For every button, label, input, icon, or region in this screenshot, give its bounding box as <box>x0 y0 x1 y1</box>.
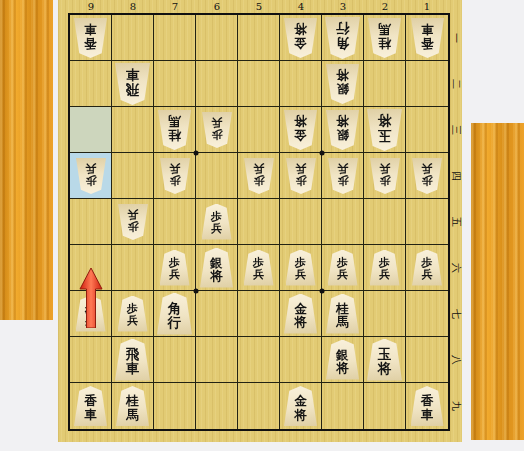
piece-香車-9i[interactable]: 香車 <box>74 386 107 426</box>
square-8i[interactable]: 桂馬 <box>112 383 154 429</box>
piece-kanji: 玉 <box>378 347 392 361</box>
piece-歩兵-1d[interactable]: 歩兵 <box>412 158 442 194</box>
square-4i[interactable]: 金将 <box>280 383 322 429</box>
square-3e[interactable] <box>322 199 364 245</box>
square-3a[interactable]: 角行 <box>322 15 364 61</box>
square-9d-highlight-to[interactable]: 歩兵 <box>70 153 112 199</box>
square-2g[interactable] <box>364 291 406 337</box>
piece-歩兵-2d[interactable]: 歩兵 <box>370 158 400 194</box>
square-7d[interactable]: 歩兵 <box>154 153 196 199</box>
piece-kanji: 兵 <box>169 162 180 174</box>
piece-kanji: 兵 <box>211 223 222 235</box>
square-4g[interactable]: 金将 <box>280 291 322 337</box>
piece-kanji: 兵 <box>127 315 138 327</box>
piece-歩兵-2f[interactable]: 歩兵 <box>370 250 400 286</box>
piece-kanji: 香 <box>84 394 97 407</box>
piece-歩兵-4d[interactable]: 歩兵 <box>286 158 316 194</box>
square-9e[interactable] <box>70 199 112 245</box>
square-1e[interactable] <box>406 199 448 245</box>
square-4f[interactable]: 歩兵 <box>280 245 322 291</box>
piece-歩兵-6e[interactable]: 歩兵 <box>202 204 232 240</box>
square-4e[interactable] <box>280 199 322 245</box>
piece-kanji: 香 <box>84 36 97 49</box>
piece-kanji: 兵 <box>85 315 96 327</box>
square-6d[interactable] <box>196 153 238 199</box>
square-6i[interactable] <box>196 383 238 429</box>
square-3d[interactable]: 歩兵 <box>322 153 364 199</box>
square-9g[interactable]: 歩兵 <box>70 291 112 337</box>
piece-kanji: 行 <box>336 22 350 36</box>
piece-kanji: 歩 <box>422 174 433 186</box>
piece-銀将-3c[interactable]: 銀将 <box>326 110 359 150</box>
square-1b[interactable] <box>406 61 448 107</box>
square-2c[interactable]: 玉将 <box>364 107 406 153</box>
square-3f[interactable]: 歩兵 <box>322 245 364 291</box>
piece-kanji: 将 <box>378 361 392 375</box>
piece-桂馬-3g[interactable]: 桂馬 <box>326 294 359 334</box>
piece-kanji: 兵 <box>379 269 390 281</box>
piece-kanji: 将 <box>210 269 223 282</box>
piece-kanji: 馬 <box>378 23 391 36</box>
square-6h[interactable] <box>196 337 238 383</box>
square-9b[interactable] <box>70 61 112 107</box>
piece-歩兵-3d[interactable]: 歩兵 <box>328 158 358 194</box>
piece-kanji: 角 <box>168 301 182 315</box>
piece-歩兵-9d[interactable]: 歩兵 <box>76 158 106 194</box>
piece-kanji: 車 <box>84 23 97 36</box>
piece-kanji: 兵 <box>127 208 138 220</box>
rank-labels: 一二三四五六七八九 <box>450 15 462 429</box>
square-5a[interactable] <box>238 15 280 61</box>
piece-kanji: 香 <box>421 394 434 407</box>
piece-kanji: 歩 <box>295 174 306 186</box>
piece-歩兵-8g[interactable]: 歩兵 <box>118 296 148 332</box>
square-2d[interactable]: 歩兵 <box>364 153 406 199</box>
piece-kanji: 兵 <box>169 269 180 281</box>
file-label-4: 4 <box>280 0 322 13</box>
piece-金将-4i[interactable]: 金将 <box>284 386 317 426</box>
square-7b[interactable] <box>154 61 196 107</box>
piece-kanji: 車 <box>421 23 434 36</box>
square-3h[interactable]: 銀将 <box>322 337 364 383</box>
square-7i[interactable] <box>154 383 196 429</box>
piece-歩兵-6c[interactable]: 歩兵 <box>202 112 232 148</box>
file-labels: 987654321 <box>70 0 448 13</box>
piece-kanji: 歩 <box>253 174 264 186</box>
square-1f[interactable]: 歩兵 <box>406 245 448 291</box>
wood-panel-left <box>0 0 53 320</box>
piece-kanji: 車 <box>126 361 140 375</box>
square-7h[interactable] <box>154 337 196 383</box>
file-label-6: 6 <box>196 0 238 13</box>
square-8h[interactable]: 飛車 <box>112 337 154 383</box>
square-2h[interactable]: 玉将 <box>364 337 406 383</box>
piece-kanji: 兵 <box>295 269 306 281</box>
piece-飛車-8b[interactable]: 飛車 <box>115 63 150 105</box>
piece-kanji: 玉 <box>378 128 392 142</box>
square-5g[interactable] <box>238 291 280 337</box>
piece-桂馬-7c[interactable]: 桂馬 <box>158 110 191 150</box>
square-4d[interactable]: 歩兵 <box>280 153 322 199</box>
square-1c[interactable] <box>406 107 448 153</box>
piece-kanji: 桂 <box>168 128 181 141</box>
piece-桂馬-2a[interactable]: 桂馬 <box>368 18 401 58</box>
piece-kanji: 馬 <box>168 115 181 128</box>
square-1h[interactable] <box>406 337 448 383</box>
piece-kanji: 将 <box>294 23 307 36</box>
square-5d[interactable]: 歩兵 <box>238 153 280 199</box>
piece-kanji: 歩 <box>337 174 348 186</box>
board-grid: 香車金将角行桂馬香車飛車銀将桂馬歩兵金将銀将玉将歩兵歩兵歩兵歩兵歩兵歩兵歩兵歩兵… <box>68 13 450 431</box>
piece-kanji: 香 <box>421 36 434 49</box>
square-6b[interactable] <box>196 61 238 107</box>
piece-飛車-8h[interactable]: 飛車 <box>115 339 150 381</box>
square-6g[interactable] <box>196 291 238 337</box>
piece-kanji: 将 <box>336 69 349 82</box>
square-8e[interactable]: 歩兵 <box>112 199 154 245</box>
piece-kanji: 将 <box>294 408 307 421</box>
piece-歩兵-4f[interactable]: 歩兵 <box>286 250 316 286</box>
square-9i[interactable]: 香車 <box>70 383 112 429</box>
piece-香車-1a[interactable]: 香車 <box>411 18 444 58</box>
piece-kanji: 歩 <box>127 220 138 232</box>
piece-kanji: 兵 <box>253 162 264 174</box>
square-6a[interactable] <box>196 15 238 61</box>
piece-kanji: 兵 <box>253 269 264 281</box>
piece-歩兵-5d[interactable]: 歩兵 <box>244 158 274 194</box>
piece-kanji: 将 <box>294 115 307 128</box>
square-5i[interactable] <box>238 383 280 429</box>
piece-kanji: 兵 <box>211 116 222 128</box>
square-3c[interactable]: 銀将 <box>322 107 364 153</box>
piece-kanji: 金 <box>294 128 307 141</box>
file-label-7: 7 <box>154 0 196 13</box>
square-8a[interactable] <box>112 15 154 61</box>
square-9c-highlight-from[interactable] <box>70 107 112 153</box>
piece-kanji: 兵 <box>422 162 433 174</box>
square-2e[interactable] <box>364 199 406 245</box>
piece-歩兵-9g[interactable]: 歩兵 <box>76 296 106 332</box>
file-label-8: 8 <box>112 0 154 13</box>
square-4c[interactable]: 金将 <box>280 107 322 153</box>
piece-kanji: 歩 <box>379 174 390 186</box>
square-8b[interactable]: 飛車 <box>112 61 154 107</box>
piece-銀将-3b[interactable]: 銀将 <box>326 64 359 104</box>
piece-kanji: 飛 <box>126 82 140 96</box>
square-6c[interactable]: 歩兵 <box>196 107 238 153</box>
piece-kanji: 将 <box>294 315 307 328</box>
piece-銀将-3h[interactable]: 銀将 <box>326 340 359 380</box>
piece-kanji: 金 <box>294 36 307 49</box>
square-4h[interactable] <box>280 337 322 383</box>
piece-玉将-2h[interactable]: 玉将 <box>367 339 402 381</box>
square-9f[interactable] <box>70 245 112 291</box>
piece-歩兵-3f[interactable]: 歩兵 <box>328 250 358 286</box>
square-1a[interactable]: 香車 <box>406 15 448 61</box>
square-2f[interactable]: 歩兵 <box>364 245 406 291</box>
piece-kanji: 将 <box>336 115 349 128</box>
piece-kanji: 桂 <box>126 394 139 407</box>
piece-kanji: 車 <box>421 408 434 421</box>
piece-kanji: 将 <box>378 114 392 128</box>
square-8c[interactable] <box>112 107 154 153</box>
piece-香車-1i[interactable]: 香車 <box>411 386 444 426</box>
piece-kanji: 兵 <box>337 269 348 281</box>
piece-kanji: 馬 <box>126 408 139 421</box>
piece-kanji: 兵 <box>379 162 390 174</box>
square-7a[interactable] <box>154 15 196 61</box>
piece-銀将-6f[interactable]: 銀将 <box>200 248 233 288</box>
piece-kanji: 車 <box>84 408 97 421</box>
piece-歩兵-7d[interactable]: 歩兵 <box>160 158 190 194</box>
square-6e[interactable]: 歩兵 <box>196 199 238 245</box>
piece-玉将-2c[interactable]: 玉将 <box>367 109 402 151</box>
square-4b[interactable] <box>280 61 322 107</box>
square-1i[interactable]: 香車 <box>406 383 448 429</box>
piece-歩兵-5f[interactable]: 歩兵 <box>244 250 274 286</box>
piece-kanji: 桂 <box>378 36 391 49</box>
piece-香車-9a[interactable]: 香車 <box>74 18 107 58</box>
square-7f[interactable]: 歩兵 <box>154 245 196 291</box>
file-label-5: 5 <box>238 0 280 13</box>
square-5h[interactable] <box>238 337 280 383</box>
piece-角行-3a[interactable]: 角行 <box>325 17 360 59</box>
piece-金将-4c[interactable]: 金将 <box>284 110 317 150</box>
piece-kanji: 金 <box>294 394 307 407</box>
square-8d[interactable] <box>112 153 154 199</box>
square-4a[interactable]: 金将 <box>280 15 322 61</box>
piece-kanji: 行 <box>168 315 182 329</box>
square-3g[interactable]: 桂馬 <box>322 291 364 337</box>
square-2a[interactable]: 桂馬 <box>364 15 406 61</box>
shogi-board: 987654321 一二三四五六七八九 香車金将角行桂馬香車飛車銀将桂馬歩兵金将… <box>58 0 462 442</box>
square-7g[interactable]: 角行 <box>154 291 196 337</box>
square-7c[interactable]: 桂馬 <box>154 107 196 153</box>
square-5b[interactable] <box>238 61 280 107</box>
file-label-9: 9 <box>70 0 112 13</box>
piece-kanji: 飛 <box>126 347 140 361</box>
piece-kanji: 歩 <box>85 174 96 186</box>
piece-kanji: 兵 <box>422 269 433 281</box>
square-9h[interactable] <box>70 337 112 383</box>
piece-kanji: 銀 <box>336 128 349 141</box>
square-1g[interactable] <box>406 291 448 337</box>
piece-kanji: 角 <box>336 36 350 50</box>
file-label-2: 2 <box>364 0 406 13</box>
piece-kanji: 兵 <box>85 162 96 174</box>
square-5e[interactable] <box>238 199 280 245</box>
piece-kanji: 銀 <box>336 82 349 95</box>
piece-歩兵-8e[interactable]: 歩兵 <box>118 204 148 240</box>
piece-kanji: 歩 <box>169 174 180 186</box>
square-7e[interactable] <box>154 199 196 245</box>
piece-kanji: 将 <box>336 361 349 374</box>
piece-金将-4g[interactable]: 金将 <box>284 294 317 334</box>
square-3b[interactable]: 銀将 <box>322 61 364 107</box>
piece-歩兵-1f[interactable]: 歩兵 <box>412 250 442 286</box>
piece-kanji: 歩 <box>211 128 222 140</box>
piece-kanji: 車 <box>126 68 140 82</box>
square-5c[interactable] <box>238 107 280 153</box>
piece-kanji: 馬 <box>336 315 349 328</box>
file-label-1: 1 <box>406 0 448 13</box>
square-8g[interactable]: 歩兵 <box>112 291 154 337</box>
square-8f[interactable] <box>112 245 154 291</box>
piece-kanji: 兵 <box>337 162 348 174</box>
piece-kanji: 兵 <box>295 162 306 174</box>
piece-桂馬-8i[interactable]: 桂馬 <box>116 386 149 426</box>
piece-金将-4a[interactable]: 金将 <box>284 18 317 58</box>
square-1d[interactable]: 歩兵 <box>406 153 448 199</box>
square-9a[interactable]: 香車 <box>70 15 112 61</box>
piece-歩兵-7f[interactable]: 歩兵 <box>160 250 190 286</box>
square-2i[interactable] <box>364 383 406 429</box>
square-5f[interactable]: 歩兵 <box>238 245 280 291</box>
square-2b[interactable] <box>364 61 406 107</box>
piece-角行-7g[interactable]: 角行 <box>157 293 192 335</box>
square-6f[interactable]: 銀将 <box>196 245 238 291</box>
file-label-3: 3 <box>322 0 364 13</box>
square-3i[interactable] <box>322 383 364 429</box>
